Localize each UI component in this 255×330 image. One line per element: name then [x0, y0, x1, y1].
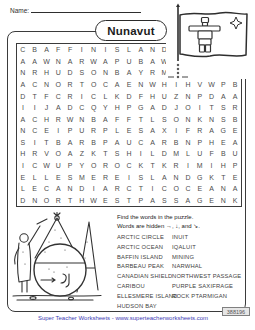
grid-cell: R [100, 160, 112, 172]
grid-cell: R [52, 113, 64, 125]
word-list-item: ROCK PTARMIGAN [172, 292, 244, 302]
grid-cell: Y [76, 160, 88, 172]
grid-cell: U [229, 148, 241, 160]
grid-cell: O [182, 102, 194, 114]
grid-cell: E [217, 137, 229, 149]
grid-cell: B [170, 137, 182, 149]
grid-cell: S [217, 113, 229, 125]
grid-cell: L [41, 171, 53, 183]
grid-cell: H [182, 79, 194, 91]
grid-cell: A [158, 171, 170, 183]
word-list-item: NORTHWEST PASSAGE [172, 272, 244, 282]
grid-cell: V [194, 79, 206, 91]
grid-cell: A [206, 125, 218, 137]
word-list-item: BAFFIN ISLAND [117, 253, 172, 263]
grid-cell: T [29, 90, 41, 102]
grid-cell: I [17, 102, 29, 114]
grid-cell: A [29, 56, 41, 68]
name-label: Name: [10, 7, 29, 14]
grid-cell: L [147, 113, 159, 125]
grid-cell: N [147, 44, 159, 56]
grid-cell: N [182, 90, 194, 102]
grid-cell: E [229, 125, 241, 137]
drum-dancer-icon [9, 212, 105, 308]
word-list-item: BARBEAU PEAK [117, 262, 172, 272]
grid-cell: D [123, 90, 135, 102]
grid-cell: I [76, 90, 88, 102]
grid-cell: I [29, 137, 41, 149]
nunavut-flag-icon [166, 3, 252, 79]
grid-cell: D [158, 102, 170, 114]
footer-link[interactable]: Super Teacher Worksheets - www.superteac… [2, 315, 244, 321]
page-title-text: Nunavut [107, 25, 154, 37]
grid-cell: W [64, 113, 76, 125]
grid-cell: I [170, 79, 182, 91]
grid-cell: N [170, 171, 182, 183]
grid-cell: D [64, 67, 76, 79]
grid-cell: R [29, 148, 41, 160]
grid-cell: N [17, 67, 29, 79]
instructions-line1: Find the words in the puzzle. [117, 213, 247, 222]
grid-cell: I [194, 102, 206, 114]
grid-cell: I [29, 102, 41, 114]
grid-cell: R [76, 137, 88, 149]
grid-cell: F [41, 90, 53, 102]
grid-cell: I [206, 160, 218, 172]
word-list-item: ELLESMERE ISLAND [117, 292, 172, 302]
word-list-item: CARIBOU [117, 282, 172, 292]
grid-cell: I [88, 183, 100, 195]
grid-cell: C [123, 183, 135, 195]
grid-cell: L [123, 44, 135, 56]
grid-cell: Y [100, 102, 112, 114]
grid-cell: A [135, 44, 147, 56]
grid-cell: N [135, 79, 147, 91]
grid-cell: A [100, 113, 112, 125]
grid-cell: C [76, 102, 88, 114]
grid-cell: W [41, 56, 53, 68]
grid-cell: N [52, 56, 64, 68]
worksheet-id-badge: 388196 [222, 307, 250, 316]
grid-cell: Q [88, 102, 100, 114]
grid-cell: N [88, 44, 100, 56]
grid-cell: A [64, 137, 76, 149]
grid-cell: F [135, 90, 147, 102]
grid-cell: C [17, 44, 29, 56]
grid-cell: K [229, 194, 241, 206]
grid-cell: I [147, 183, 159, 195]
grid-cell: K [111, 90, 123, 102]
grid-cell: T [76, 79, 88, 91]
word-list-item: IQALUIT [172, 243, 244, 253]
grid-cell: A [52, 102, 64, 114]
grid-cell: J [170, 102, 182, 114]
grid-cell: T [64, 194, 76, 206]
grid-cell: O [170, 113, 182, 125]
grid-cell: B [88, 113, 100, 125]
grid-cell: F [182, 125, 194, 137]
grid-cell: D [64, 102, 76, 114]
grid-cell: U [123, 137, 135, 149]
grid-cell: E [229, 171, 241, 183]
name-input-line[interactable] [31, 6, 141, 13]
grid-cell: N [182, 113, 194, 125]
grid-cell: D [17, 194, 29, 206]
grid-cell: I [17, 160, 29, 172]
grid-cell: R [64, 79, 76, 91]
grid-cell: F [123, 113, 135, 125]
word-list-left: ARCTIC CIRCLEARCTIC OCEANBAFFIN ISLANDBA… [117, 233, 172, 311]
grid-cell: A [206, 183, 218, 195]
grid-cell: H [147, 90, 159, 102]
grid-cell: T [123, 194, 135, 206]
grid-cell: W [147, 79, 159, 91]
grid-cell: T [206, 102, 218, 114]
grid-cell: I [52, 125, 64, 137]
grid-cell: E [17, 171, 29, 183]
grid-cell: H [17, 148, 29, 160]
grid-cell: F [64, 44, 76, 56]
grid-cell: O [41, 194, 53, 206]
grid-cell: P [229, 160, 241, 172]
grid-cell: O [52, 148, 64, 160]
grid-cell: K [206, 171, 218, 183]
grid-cell: D [158, 148, 170, 160]
word-list-item: PURPLE SAXIFRAGE [172, 282, 244, 292]
word-list-item: MINING [172, 253, 244, 263]
grid-cell: C [29, 113, 41, 125]
grid-cell: E [52, 171, 64, 183]
grid-cell: R [229, 102, 241, 114]
grid-cell: N [29, 194, 41, 206]
grid-cell: A [111, 137, 123, 149]
grid-cell: Z [76, 148, 88, 160]
grid-cell: H [158, 79, 170, 91]
grid-cell: S [170, 194, 182, 206]
grid-cell: A [147, 102, 159, 114]
grid-cell: D [182, 171, 194, 183]
grid-cell: S [64, 171, 76, 183]
grid-cell: A [123, 67, 135, 79]
grid-cell: K [194, 113, 206, 125]
grid-cell: E [111, 171, 123, 183]
grid-cell: T [41, 137, 53, 149]
grid-cell: G [217, 125, 229, 137]
grid-cell: B [135, 56, 147, 68]
grid-cell: N [76, 113, 88, 125]
grid-cell: A [17, 56, 29, 68]
grid-cell: A [147, 125, 159, 137]
grid-cell: Y [135, 67, 147, 79]
grid-cell: U [52, 67, 64, 79]
grid-cell: G [194, 194, 206, 206]
word-list-item: ARCTIC OCEAN [117, 243, 172, 253]
grid-cell: T [100, 148, 112, 160]
grid-cell: D [76, 183, 88, 195]
grid-cell: U [194, 148, 206, 160]
grid-cell: P [111, 56, 123, 68]
drum-dancer-illustration [9, 212, 105, 308]
grid-cell: S [158, 194, 170, 206]
grid-cell: P [194, 90, 206, 102]
grid-cell: R [158, 137, 170, 149]
word-list-item: ARCTIC CIRCLE [117, 233, 172, 243]
grid-cell: C [52, 90, 64, 102]
grid-cell: C [100, 79, 112, 91]
grid-cell: L [29, 171, 41, 183]
grid-cell: L [182, 148, 194, 160]
grid-cell: O [170, 183, 182, 195]
grid-cell: S [135, 171, 147, 183]
grid-cell: A [52, 183, 64, 195]
grid-cell: H [217, 160, 229, 172]
grid-cell: A [147, 137, 159, 149]
grid-cell: V [41, 148, 53, 160]
grid-cell: F [111, 113, 123, 125]
grid-cell: K [135, 160, 147, 172]
word-list-item: INUIT [172, 233, 244, 243]
grid-cell: I [135, 148, 147, 160]
grid-cell: U [76, 125, 88, 137]
grid-cell: Z [170, 90, 182, 102]
grid-cell: C [123, 160, 135, 172]
grid-cell: F [52, 44, 64, 56]
grid-cell: R [111, 183, 123, 195]
grid-cell: R [170, 160, 182, 172]
word-list-right: INUITIQALUITMININGNARWHALNORTHWEST PASSA… [172, 233, 244, 302]
grid-cell: A [100, 183, 112, 195]
grid-cell: B [29, 44, 41, 56]
grid-cell: A [229, 183, 241, 195]
grid-cell: I [170, 125, 182, 137]
grid-cell: E [194, 183, 206, 195]
grid-cell: A [64, 148, 76, 160]
grid-cell: M [170, 148, 182, 160]
drummer-head [20, 234, 28, 242]
grid-cell: N [217, 183, 229, 195]
drum-circle [34, 244, 86, 296]
grid-cell: C [29, 160, 41, 172]
name-row: Name: [10, 6, 141, 14]
grid-cell: M [76, 171, 88, 183]
grid-cell: P [135, 194, 147, 206]
grid-cell: C [41, 183, 53, 195]
grid-cell: D [17, 90, 29, 102]
grid-cell: S [111, 44, 123, 56]
grid-cell: C [88, 90, 100, 102]
grid-cell: R [88, 125, 100, 137]
grid-cell: A [17, 79, 29, 91]
grid-cell: D [206, 90, 218, 102]
grid-cell: B [229, 79, 241, 91]
grid-cell: A [64, 56, 76, 68]
grid-cell: H [76, 194, 88, 206]
grid-cell: O [88, 160, 100, 172]
grid-cell: A [217, 90, 229, 102]
grid-cell: E [206, 194, 218, 206]
grid-cell: B [217, 148, 229, 160]
grid-cell: T [135, 183, 147, 195]
grid-cell: X [158, 125, 170, 137]
instructions: Find the words in the puzzle. Words are … [117, 213, 247, 231]
grid-cell: C [182, 183, 194, 195]
grid-cell: W [88, 194, 100, 206]
grid-cell: R [52, 194, 64, 206]
grid-cell: L [147, 171, 159, 183]
word-list-item: HUDSON BAY [117, 302, 172, 312]
grid-cell: N [64, 183, 76, 195]
grid-cell: E [88, 171, 100, 183]
grid-cell: H [206, 137, 218, 149]
grid-cell: P [64, 160, 76, 172]
grid-cell: C [158, 183, 170, 195]
grid-cell: U [52, 160, 64, 172]
grid-cell: G [135, 102, 147, 114]
grid-cell: A [229, 90, 241, 102]
grid-cell: P [100, 137, 112, 149]
grid-cell: C [29, 79, 41, 91]
grid-cell: W [41, 160, 53, 172]
grid-cell: R [76, 56, 88, 68]
grid-cell: T [147, 160, 159, 172]
grid-cell: B [111, 67, 123, 79]
grid-cell: I [123, 171, 135, 183]
grid-cell: B [52, 137, 64, 149]
grid-cell: S [76, 67, 88, 79]
grid-cell: L [111, 125, 123, 137]
grid-cell: E [41, 125, 53, 137]
grid-cell: E [29, 183, 41, 195]
page-title: Nunavut [95, 20, 167, 41]
grid-cell: P [123, 102, 135, 114]
word-list-item: NARWHAL [172, 262, 244, 272]
grid-cell: L [17, 183, 29, 195]
grid-cell: O [88, 79, 100, 91]
grid-cell: C [29, 125, 41, 137]
grid-cell: G [194, 171, 206, 183]
grid-cell: I [76, 44, 88, 56]
grid-cell: H [41, 113, 53, 125]
grid-cell: S [17, 137, 29, 149]
grid-cell: P [194, 137, 206, 149]
grid-cell: B [229, 113, 241, 125]
grid-cell: W [88, 56, 100, 68]
grid-cell: A [100, 56, 112, 68]
grid-cell: R [100, 171, 112, 183]
grid-cell: N [41, 79, 53, 91]
grid-cell: I [182, 160, 194, 172]
grid-cell: P [100, 125, 112, 137]
grid-cell: C [135, 137, 147, 149]
grid-cell: O [88, 67, 100, 79]
grid-cell: O [52, 79, 64, 91]
flag-illustration [166, 3, 252, 79]
grid-cell: S [135, 125, 147, 137]
grid-cell: L [147, 148, 159, 160]
grid-cell: R [194, 125, 206, 137]
grid-cell: T [135, 113, 147, 125]
grid-cell: A [229, 137, 241, 149]
grid-cell: R [29, 67, 41, 79]
grid-cell: N [217, 194, 229, 206]
grid-cell: I [100, 44, 112, 56]
grid-cell: A [147, 56, 159, 68]
grid-cell: O [111, 160, 123, 172]
grid-cell: N [17, 125, 29, 137]
grid-cell: E [123, 79, 135, 91]
grid-cell: F [206, 148, 218, 160]
grid-cell: S [111, 194, 123, 206]
grid-cell: S [158, 113, 170, 125]
grid-cell: A [147, 194, 159, 206]
grid-cell: K [158, 160, 170, 172]
grid-cell: A [41, 44, 53, 56]
grid-cell: A [17, 113, 29, 125]
worksheet-page: Name: Nunavut CBAFFINISLANDAAWNARWAPUBAW… [0, 0, 255, 330]
grid-cell: U [123, 56, 135, 68]
grid-cell: E [100, 194, 112, 206]
grid-cell: K [88, 148, 100, 160]
grid-cell: L [100, 90, 112, 102]
grid-cell: R [147, 67, 159, 79]
grid-cell: E [123, 125, 135, 137]
grid-cell: S [111, 148, 123, 160]
grid-cell: A [111, 79, 123, 91]
word-list-item: CANADIAN SHIELD [117, 272, 172, 282]
grid-cell: J [41, 102, 53, 114]
grid-cell: N [206, 113, 218, 125]
grid-cell: T [217, 171, 229, 183]
grid-cell: A [182, 194, 194, 206]
grid-cell: B [88, 137, 100, 149]
grid-cell: P [217, 79, 229, 91]
grid-cell: S [217, 102, 229, 114]
grid-cell: U [158, 90, 170, 102]
grid-cell: M [194, 160, 206, 172]
grid-cell: P [64, 125, 76, 137]
grid-cell: N [182, 137, 194, 149]
grid-cell: W [206, 79, 218, 91]
grid-cell: R [64, 90, 76, 102]
grid-cell: N [100, 67, 112, 79]
grid-cell: H [111, 102, 123, 114]
grid-cell: H [123, 148, 135, 160]
grid-cell: H [41, 67, 53, 79]
instructions-line2: Words are hidden →, ↓, and ↘. [117, 222, 247, 231]
